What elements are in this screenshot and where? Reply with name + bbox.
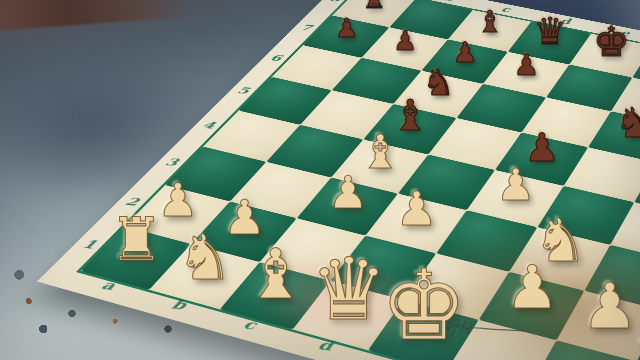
rank-label-5: 5 — [235, 85, 251, 96]
rank-label-6: 6 — [268, 53, 283, 63]
file-label-a: a — [99, 278, 119, 293]
file-label-b: b — [169, 297, 189, 313]
scene: aabbccddeeffgghh1122334455667788 ♜♝♟♛♟♚♟… — [0, 0, 640, 360]
file-label-far-b: b — [442, 0, 455, 3]
file-label-far-c: c — [500, 5, 512, 14]
file-label-far-d: d — [559, 16, 572, 25]
file-label-c: c — [241, 317, 259, 333]
rank-label-2: 2 — [123, 195, 142, 208]
file-label-d: d — [316, 337, 335, 354]
rank-label-7: 7 — [299, 23, 314, 33]
rank-label-4: 4 — [200, 119, 217, 130]
rank-label-3: 3 — [163, 156, 181, 168]
file-label-far-e: e — [619, 28, 630, 38]
rank-label-8: 8 — [328, 0, 342, 3]
rank-label-1: 1 — [79, 237, 99, 251]
